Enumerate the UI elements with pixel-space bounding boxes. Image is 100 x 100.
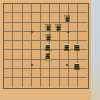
- board-cell[interactable]: [13, 4, 22, 13]
- board-cell[interactable]: [41, 78, 50, 87]
- board-cell[interactable]: [50, 69, 59, 78]
- board-cell[interactable]: [60, 60, 69, 69]
- board-cell[interactable]: [4, 60, 13, 69]
- board-cell[interactable]: [50, 32, 59, 41]
- board-cell[interactable]: [4, 78, 13, 87]
- shogi-app-window: [0, 0, 100, 100]
- board-cell[interactable]: [13, 41, 22, 50]
- board-cell[interactable]: [4, 50, 13, 59]
- board-cell[interactable]: [41, 60, 50, 69]
- star-point: [67, 31, 69, 33]
- board-cell[interactable]: [23, 41, 32, 50]
- board-cell[interactable]: [50, 78, 59, 87]
- board-cell[interactable]: [32, 50, 41, 59]
- star-point: [66, 64, 68, 66]
- board-cell[interactable]: [23, 78, 32, 87]
- board-cell[interactable]: [69, 78, 78, 87]
- board-cell[interactable]: [13, 78, 22, 87]
- board-cell[interactable]: [13, 50, 22, 59]
- piece-kanji-glyph: [46, 54, 50, 59]
- board-cell[interactable]: [50, 13, 59, 22]
- board-cell[interactable]: [78, 50, 87, 59]
- star-point: [31, 64, 33, 66]
- board-cell[interactable]: [13, 69, 22, 78]
- board-cell[interactable]: [32, 4, 41, 13]
- board-cell[interactable]: [69, 32, 78, 41]
- board-cell[interactable]: [60, 50, 69, 59]
- piece-kanji-glyph: [75, 45, 79, 50]
- piece-kanji-glyph: [46, 45, 50, 50]
- board-cell[interactable]: [50, 4, 59, 13]
- board-cell[interactable]: [60, 78, 69, 87]
- board-cell[interactable]: [13, 23, 22, 32]
- board-cell[interactable]: [69, 13, 78, 22]
- shogi-piece-sente-silver[interactable]: [74, 43, 81, 51]
- board-cell[interactable]: [4, 69, 13, 78]
- board-cell[interactable]: [4, 13, 13, 22]
- board-cell[interactable]: [13, 32, 22, 41]
- board-cell[interactable]: [13, 60, 22, 69]
- board-cell[interactable]: [32, 13, 41, 22]
- board-cell[interactable]: [4, 4, 13, 13]
- piece-kanji-glyph: [56, 26, 60, 31]
- shogi-piece-gote-pawn[interactable]: [45, 34, 52, 42]
- shogi-piece-gote-king[interactable]: [64, 15, 71, 23]
- shogi-piece-sente-rook[interactable]: [45, 43, 52, 51]
- board-cell[interactable]: [23, 69, 32, 78]
- board-cell[interactable]: [23, 13, 32, 22]
- piece-kanji-glyph: [65, 16, 69, 21]
- board-cell[interactable]: [78, 13, 87, 22]
- board-cell[interactable]: [41, 4, 50, 13]
- board-cell[interactable]: [32, 23, 41, 32]
- board-cell[interactable]: [69, 50, 78, 59]
- board-cell[interactable]: [32, 41, 41, 50]
- board-cell[interactable]: [50, 41, 59, 50]
- window-background-strip: [91, 0, 100, 100]
- board-cell[interactable]: [78, 78, 87, 87]
- board-cell[interactable]: [60, 69, 69, 78]
- piece-kanji-glyph: [65, 45, 69, 50]
- board-cell[interactable]: [69, 4, 78, 13]
- shogi-piece-sente-pawn[interactable]: [45, 53, 52, 61]
- piece-kanji-glyph: [46, 35, 50, 40]
- board-cell[interactable]: [50, 50, 59, 59]
- board-cell[interactable]: [32, 32, 41, 41]
- piece-kanji-glyph: [46, 26, 50, 31]
- board-cell[interactable]: [41, 13, 50, 22]
- board-cell[interactable]: [78, 32, 87, 41]
- board-cell[interactable]: [60, 32, 69, 41]
- board-cell[interactable]: [4, 23, 13, 32]
- shogi-piece-sente-pawn[interactable]: [74, 62, 81, 70]
- board-cell[interactable]: [69, 23, 78, 32]
- board-cell[interactable]: [78, 4, 87, 13]
- board-cell[interactable]: [78, 23, 87, 32]
- board-cell[interactable]: [4, 32, 13, 41]
- board-cell[interactable]: [32, 78, 41, 87]
- board-cell[interactable]: [23, 32, 32, 41]
- board-cell[interactable]: [23, 50, 32, 59]
- piece-kanji-glyph: [75, 64, 79, 69]
- shogi-piece-sente-gold[interactable]: [64, 43, 71, 51]
- board-cell[interactable]: [32, 69, 41, 78]
- board-cell[interactable]: [78, 69, 87, 78]
- board-cell[interactable]: [69, 69, 78, 78]
- board-cell[interactable]: [32, 60, 41, 69]
- board-cell[interactable]: [23, 4, 32, 13]
- board-cell[interactable]: [13, 13, 22, 22]
- star-point: [31, 31, 33, 33]
- board-cell[interactable]: [60, 4, 69, 13]
- board-cell[interactable]: [41, 69, 50, 78]
- board-cell[interactable]: [4, 41, 13, 50]
- board-cell[interactable]: [50, 60, 59, 69]
